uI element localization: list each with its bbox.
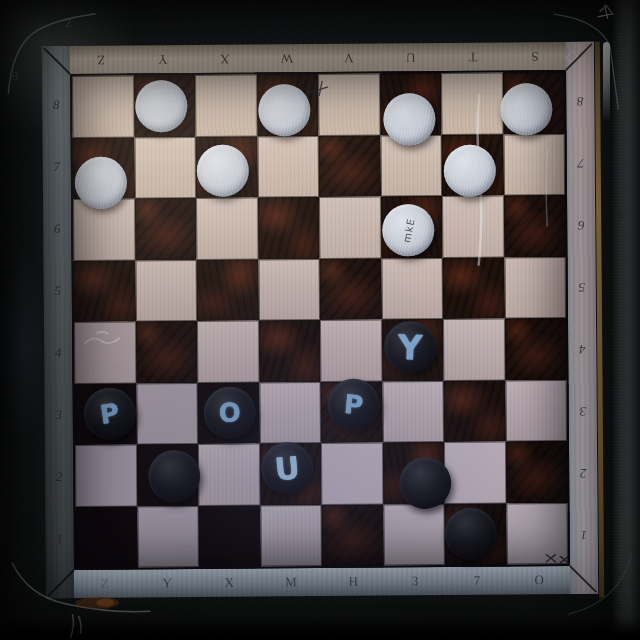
white-checker[interactable]	[197, 145, 249, 197]
corner-doodle-icon	[598, 5, 614, 19]
square-d5[interactable]	[258, 259, 320, 321]
coord-label-bottom-Z: Z	[101, 576, 109, 592]
white-checker[interactable]	[383, 93, 435, 145]
square-f3[interactable]	[382, 381, 444, 443]
white-checker[interactable]	[75, 157, 127, 209]
square-e5[interactable]	[320, 258, 382, 320]
white-checker[interactable]	[135, 80, 187, 132]
square-c8[interactable]	[195, 74, 257, 136]
coord-label-left-1: 1	[56, 531, 63, 547]
square-g4[interactable]	[443, 319, 505, 381]
square-a5[interactable]	[74, 260, 136, 322]
square-g6[interactable]	[442, 196, 504, 258]
square-f1[interactable]	[383, 504, 445, 566]
square-g2[interactable]	[444, 442, 506, 504]
painted-letter: O	[204, 387, 256, 439]
coord-label-right-3: 3	[579, 403, 586, 419]
square-e7[interactable]	[319, 135, 381, 197]
coord-label-left-8: 8	[53, 97, 60, 113]
square-h6[interactable]	[504, 195, 566, 257]
square-d3[interactable]	[259, 381, 321, 443]
coord-label-right-5: 5	[578, 279, 585, 295]
square-e8[interactable]	[318, 74, 380, 136]
square-e6[interactable]	[319, 197, 381, 259]
coord-label-bottom-M: M	[285, 574, 297, 590]
square-h5[interactable]	[504, 257, 566, 319]
square-f5[interactable]	[381, 258, 443, 320]
square-g3[interactable]	[443, 380, 505, 442]
square-b1[interactable]	[137, 505, 199, 567]
square-h4[interactable]	[504, 318, 566, 380]
painted-letter: P	[80, 384, 139, 443]
coord-label-right-8: 8	[577, 93, 584, 109]
black-checker-letter-O[interactable]: O	[204, 387, 256, 439]
black-checker-letter-Y[interactable]: Y	[384, 321, 436, 373]
square-a2[interactable]	[75, 444, 137, 506]
coord-label-right-7: 7	[577, 155, 584, 171]
square-d7[interactable]	[257, 136, 319, 198]
square-b5[interactable]	[135, 259, 197, 321]
rail-bottom	[46, 566, 598, 598]
bright-streak	[603, 42, 610, 120]
painted-letter: U	[259, 440, 316, 497]
black-checker[interactable]	[148, 450, 200, 502]
coord-label-bottom-X: X	[224, 575, 234, 591]
square-b3[interactable]	[136, 382, 198, 444]
coord-label-top-S: S	[531, 48, 538, 64]
coord-label-top-W: W	[281, 50, 293, 66]
coord-label-right-2: 2	[580, 465, 587, 481]
coord-label-left-6: 6	[54, 221, 61, 237]
square-a4[interactable]	[74, 321, 136, 383]
black-checker[interactable]	[444, 508, 496, 560]
coord-label-top-T: T	[469, 49, 477, 65]
white-checker[interactable]: mkE	[382, 204, 434, 256]
square-g5[interactable]	[443, 257, 505, 319]
coord-label-top-Y: Y	[158, 51, 168, 67]
marker-scribble: mkE	[378, 200, 439, 261]
square-c5[interactable]	[197, 259, 259, 321]
coord-label-top-U: U	[406, 49, 416, 65]
checkers-board-photo: Z89314 ZYXWVUTSZYXMH37O8765432187654321	[0, 0, 640, 640]
coord-label-right-4: 4	[579, 341, 586, 357]
painted-letter: P	[325, 376, 382, 433]
coord-label-top-X: X	[220, 51, 230, 67]
square-h2[interactable]	[505, 441, 567, 503]
white-checker[interactable]	[500, 83, 552, 135]
board: ZYXWVUTSZYXMH37O8765432187654321 mkEYPOP…	[0, 0, 640, 640]
black-checker-letter-P[interactable]: P	[327, 379, 379, 431]
black-checker-letter-U[interactable]: U	[261, 442, 313, 494]
square-h1[interactable]	[506, 503, 568, 565]
black-checker-letter-P[interactable]: P	[84, 387, 136, 439]
painted-letter: Y	[384, 321, 437, 374]
square-b6[interactable]	[135, 198, 197, 260]
white-checker[interactable]	[444, 145, 496, 197]
coord-label-bottom-O: O	[534, 572, 544, 588]
rail-left	[42, 46, 74, 598]
square-h3[interactable]	[505, 380, 567, 442]
coord-label-right-1: 1	[580, 527, 587, 543]
square-a8[interactable]	[72, 75, 134, 137]
rail-right	[566, 42, 598, 594]
square-c1[interactable]	[198, 505, 260, 567]
square-b4[interactable]	[136, 321, 198, 383]
coord-label-bottom-7: 7	[474, 573, 481, 589]
coord-label-left-5: 5	[54, 283, 61, 299]
square-e4[interactable]	[320, 320, 382, 382]
coord-label-left-7: 7	[53, 159, 60, 175]
square-c2[interactable]	[198, 443, 260, 505]
rail-top	[42, 42, 594, 74]
square-g8[interactable]	[441, 73, 503, 135]
square-a1[interactable]	[75, 506, 137, 568]
square-b7[interactable]	[134, 136, 196, 198]
coord-label-bottom-Y: Y	[162, 575, 172, 591]
coord-label-left-4: 4	[55, 345, 62, 361]
square-d4[interactable]	[259, 320, 321, 382]
square-d6[interactable]	[258, 197, 320, 259]
coord-label-bottom-3: 3	[412, 573, 419, 589]
square-e2[interactable]	[321, 443, 383, 505]
coord-label-top-Z: Z	[97, 52, 105, 68]
coord-label-left-3: 3	[55, 407, 62, 423]
square-c4[interactable]	[197, 320, 259, 382]
coord-label-top-V: V	[344, 50, 354, 66]
coord-label-bottom-H: H	[348, 574, 358, 590]
board-grid	[70, 70, 570, 570]
white-checker[interactable]	[258, 84, 310, 136]
black-checker[interactable]	[399, 457, 451, 509]
square-d1[interactable]	[260, 504, 322, 566]
coord-label-left-2: 2	[56, 469, 63, 485]
square-h7[interactable]	[503, 134, 565, 196]
square-c6[interactable]	[196, 197, 258, 259]
coord-label-right-6: 6	[578, 217, 585, 233]
square-e1[interactable]	[321, 504, 383, 566]
